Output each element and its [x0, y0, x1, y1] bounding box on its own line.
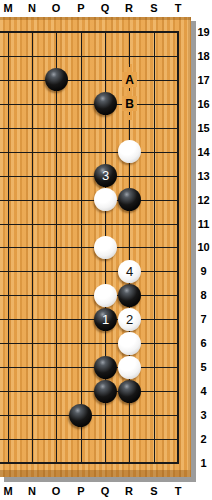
black-stone-Q13[interactable]: 3 [94, 164, 117, 187]
black-stone-R12[interactable] [118, 188, 141, 211]
col-label-top-N: N [22, 1, 42, 15]
row-label-12: 12 [195, 193, 212, 207]
col-label-top-T: T [168, 1, 188, 15]
black-stone-R8[interactable] [118, 284, 141, 307]
row-label-14: 14 [195, 145, 212, 159]
grid-line-row-8 [0, 295, 179, 296]
marker-B[interactable]: B [122, 96, 137, 111]
row-label-13: 13 [195, 169, 212, 183]
white-stone-Q12[interactable] [94, 188, 117, 211]
grid-line-row-5 [0, 367, 179, 368]
col-label-top-M: M [0, 1, 18, 15]
board-edge-bottom [0, 470, 191, 477]
grid-line-row-10 [0, 247, 179, 248]
grid-line-row-12 [0, 200, 179, 201]
black-stone-Q16[interactable] [94, 92, 117, 115]
grid-line-row-16 [0, 104, 179, 105]
grid-line-col-S [154, 31, 155, 464]
black-stone-Q4[interactable] [94, 380, 117, 403]
grid-line-row-15 [0, 128, 179, 129]
row-label-6: 6 [195, 336, 212, 350]
grid-line-col-M [8, 31, 9, 464]
white-stone-R14[interactable] [118, 140, 141, 163]
grid-line-row-2 [0, 439, 179, 440]
row-label-3: 3 [195, 408, 212, 422]
row-label-18: 18 [195, 49, 212, 63]
black-stone-Q5[interactable] [94, 356, 117, 379]
col-label-top-S: S [144, 1, 164, 15]
col-label-bottom-Q: Q [95, 484, 115, 498]
col-label-bottom-M: M [0, 484, 18, 498]
grid-line-row-6 [0, 343, 179, 344]
black-stone-P3[interactable] [69, 404, 92, 427]
grid-line-col-P [81, 31, 82, 464]
grid-line-row-4 [0, 391, 179, 392]
col-label-bottom-O: O [46, 484, 66, 498]
grid-line-col-N [32, 31, 33, 464]
grid-line-col-O [56, 31, 57, 464]
row-label-15: 15 [195, 121, 212, 135]
col-label-top-R: R [119, 1, 139, 15]
row-label-11: 11 [195, 217, 212, 231]
col-label-bottom-N: N [22, 484, 42, 498]
col-label-bottom-P: P [71, 484, 91, 498]
board-edge-top [0, 17, 191, 20]
grid-line-row-19 [0, 31, 179, 33]
go-diagram: 3142ABMMNNOOPPQQRRSSTT191817161514131211… [0, 0, 212, 500]
white-stone-Q8[interactable] [94, 284, 117, 307]
row-label-10: 10 [195, 240, 212, 254]
row-label-1: 1 [195, 456, 212, 470]
row-label-16: 16 [195, 97, 212, 111]
marker-A[interactable]: A [122, 72, 137, 87]
grid-line-row-9 [0, 271, 179, 272]
grid-line-row-17 [0, 80, 179, 81]
white-stone-R7[interactable]: 2 [118, 308, 141, 331]
row-label-7: 7 [195, 312, 212, 326]
grid-line-row-7 [0, 319, 179, 320]
white-stone-R6[interactable] [118, 332, 141, 355]
grid-line-col-T [177, 31, 179, 464]
grid-line-row-18 [0, 56, 179, 57]
row-label-4: 4 [195, 384, 212, 398]
col-label-top-O: O [46, 1, 66, 15]
row-label-9: 9 [195, 264, 212, 278]
black-stone-R4[interactable] [118, 380, 141, 403]
grid-line-row-1 [0, 462, 179, 464]
row-label-2: 2 [195, 432, 212, 446]
col-label-top-Q: Q [95, 1, 115, 15]
grid-line-row-14 [0, 152, 179, 153]
col-label-bottom-T: T [168, 484, 188, 498]
white-stone-R9[interactable]: 4 [118, 260, 141, 283]
row-label-5: 5 [195, 360, 212, 374]
row-label-8: 8 [195, 288, 212, 302]
black-stone-O17[interactable] [45, 68, 68, 91]
col-label-bottom-S: S [144, 484, 164, 498]
row-label-19: 19 [195, 25, 212, 39]
col-label-top-P: P [71, 1, 91, 15]
row-label-17: 17 [195, 73, 212, 87]
board-shadow-bottom [4, 477, 196, 482]
grid-line-row-11 [0, 224, 179, 225]
black-stone-Q7[interactable]: 1 [94, 308, 117, 331]
white-stone-R5[interactable] [118, 356, 141, 379]
grid-line-row-13 [0, 176, 179, 177]
col-label-bottom-R: R [119, 484, 139, 498]
white-stone-Q10[interactable] [94, 236, 117, 259]
